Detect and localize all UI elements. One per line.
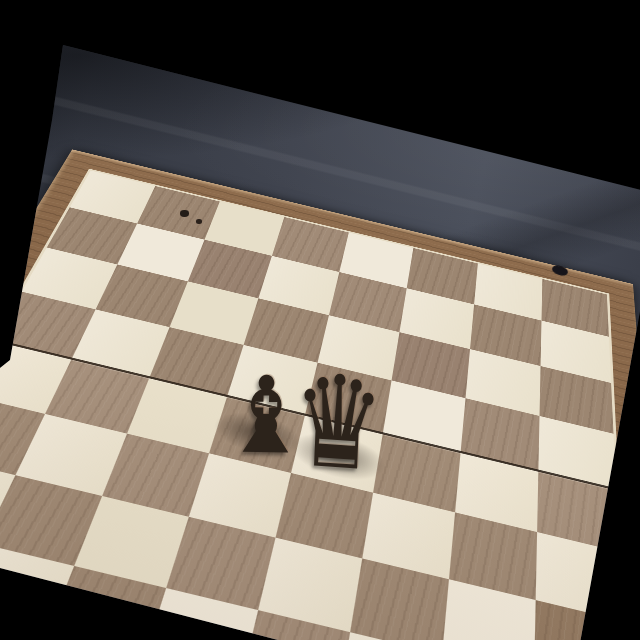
debris-speck [196,219,202,224]
black-queen-piece[interactable]: ♛ [284,356,392,491]
debris-speck [180,210,189,217]
photo-backdrop: ♝ ♛ [0,0,640,640]
scene-canvas: ♝ ♛ [0,0,640,640]
